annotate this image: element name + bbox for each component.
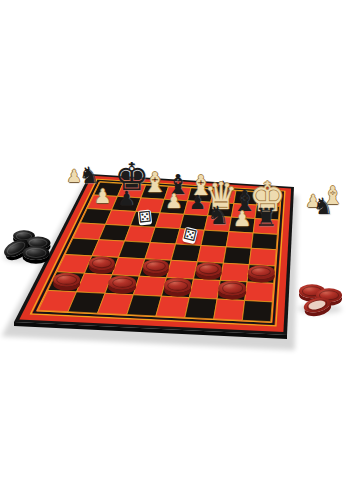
square-h2[interactable] — [245, 282, 274, 302]
square-d2[interactable] — [133, 276, 166, 296]
square-f7[interactable] — [208, 202, 234, 217]
square-e4[interactable] — [171, 244, 201, 262]
square-f1[interactable] — [185, 298, 217, 319]
square-d4[interactable] — [145, 243, 176, 261]
square-e3[interactable] — [167, 260, 198, 279]
square-f5[interactable] — [201, 230, 229, 247]
square-h4[interactable] — [249, 248, 276, 266]
square-h3[interactable] — [247, 265, 275, 284]
square-g4[interactable] — [223, 247, 251, 265]
square-g2[interactable] — [217, 281, 247, 301]
square-e7[interactable] — [184, 201, 211, 216]
square-g3[interactable] — [220, 263, 249, 282]
square-c8[interactable] — [141, 185, 169, 199]
square-c6[interactable] — [130, 212, 160, 228]
square-g5[interactable] — [226, 232, 253, 249]
square-d3[interactable] — [139, 259, 171, 278]
square-e8[interactable] — [188, 188, 214, 202]
square-h5[interactable] — [251, 233, 277, 250]
square-f8[interactable] — [211, 189, 236, 203]
square-g6[interactable] — [229, 217, 255, 233]
square-f6[interactable] — [204, 216, 231, 232]
square-e2[interactable] — [161, 278, 193, 298]
square-g7[interactable] — [231, 204, 256, 219]
square-h8[interactable] — [257, 192, 281, 206]
square-g8[interactable] — [234, 191, 258, 205]
square-c7[interactable] — [136, 198, 165, 213]
square-d8[interactable] — [164, 187, 191, 201]
square-f4[interactable] — [197, 246, 226, 264]
game-board[interactable] — [0, 0, 350, 480]
product-photo-scene: ♚♟♟♝♝♟♝♞♟♛♞♝♟♚♜⚄⚄♟♞♟♞♝ — [0, 0, 350, 480]
square-g1[interactable] — [214, 299, 245, 320]
square-h7[interactable] — [255, 205, 280, 220]
square-d5[interactable] — [150, 227, 180, 244]
square-d1[interactable] — [127, 295, 162, 316]
square-e6[interactable] — [180, 214, 208, 230]
square-h1[interactable] — [242, 301, 272, 322]
square-f2[interactable] — [189, 279, 220, 299]
square-e1[interactable] — [156, 296, 189, 317]
square-c5[interactable] — [125, 226, 156, 243]
square-f3[interactable] — [194, 262, 224, 281]
square-d6[interactable] — [155, 213, 184, 229]
square-h6[interactable] — [253, 219, 278, 235]
square-d7[interactable] — [160, 199, 188, 214]
square-e5[interactable] — [176, 229, 205, 246]
